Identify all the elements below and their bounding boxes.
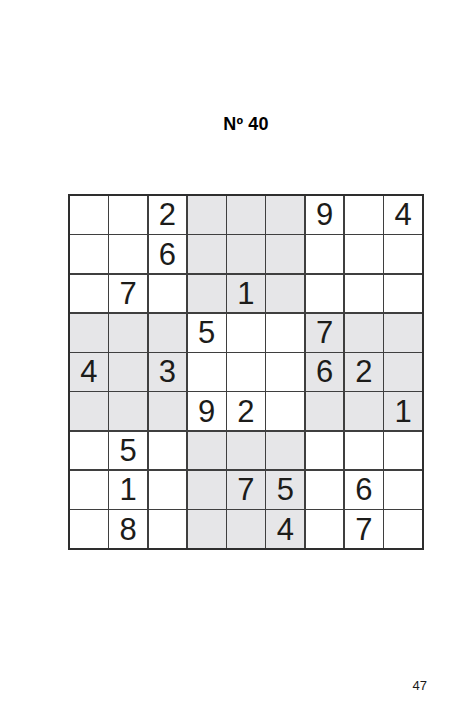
sudoku-cell-r4c2 bbox=[109, 314, 147, 352]
sudoku-cell-r5c2 bbox=[109, 353, 147, 391]
sudoku-cell-r1c7: 9 bbox=[306, 196, 344, 234]
sudoku-cell-r9c1 bbox=[70, 510, 108, 548]
sudoku-cell-r8c9 bbox=[384, 471, 422, 509]
sudoku-cell-r1c8 bbox=[345, 196, 383, 234]
sudoku-cell-r6c2 bbox=[109, 392, 147, 430]
sudoku-board: 29467157436292151756847 bbox=[68, 194, 424, 550]
sudoku-cell-r4c5 bbox=[227, 314, 265, 352]
sudoku-cell-r2c4 bbox=[188, 235, 226, 273]
sudoku-cell-r5c9 bbox=[384, 353, 422, 391]
page-number: 47 bbox=[413, 678, 427, 693]
sudoku-cell-r5c5 bbox=[227, 353, 265, 391]
sudoku-cell-r5c1: 4 bbox=[70, 353, 108, 391]
sudoku-cell-r3c5: 1 bbox=[227, 275, 265, 313]
sudoku-cell-r6c8 bbox=[345, 392, 383, 430]
sudoku-cell-r9c9 bbox=[384, 510, 422, 548]
sudoku-cell-r7c1 bbox=[70, 432, 108, 470]
sudoku-cell-r3c3 bbox=[149, 275, 187, 313]
sudoku-cell-r6c7 bbox=[306, 392, 344, 430]
sudoku-cell-r9c4 bbox=[188, 510, 226, 548]
sudoku-cell-r8c6: 5 bbox=[266, 471, 304, 509]
sudoku-cell-r3c2: 7 bbox=[109, 275, 147, 313]
sudoku-cell-r7c3 bbox=[149, 432, 187, 470]
sudoku-cell-r3c9 bbox=[384, 275, 422, 313]
sudoku-cell-r3c1 bbox=[70, 275, 108, 313]
sudoku-cell-r5c6 bbox=[266, 353, 304, 391]
sudoku-cell-r2c8 bbox=[345, 235, 383, 273]
sudoku-cell-r8c7 bbox=[306, 471, 344, 509]
sudoku-cell-r7c9 bbox=[384, 432, 422, 470]
sudoku-cell-r4c4: 5 bbox=[188, 314, 226, 352]
sudoku-cell-r9c8: 7 bbox=[345, 510, 383, 548]
sudoku-cell-r6c5: 2 bbox=[227, 392, 265, 430]
sudoku-cell-r5c7: 6 bbox=[306, 353, 344, 391]
sudoku-cell-r2c2 bbox=[109, 235, 147, 273]
sudoku-cell-r7c4 bbox=[188, 432, 226, 470]
sudoku-cell-r5c4 bbox=[188, 353, 226, 391]
sudoku-cell-r6c1 bbox=[70, 392, 108, 430]
sudoku-cell-r6c3 bbox=[149, 392, 187, 430]
sudoku-cell-r6c4: 9 bbox=[188, 392, 226, 430]
sudoku-cell-r2c9 bbox=[384, 235, 422, 273]
sudoku-cell-r1c1 bbox=[70, 196, 108, 234]
sudoku-cell-r1c3: 2 bbox=[149, 196, 187, 234]
sudoku-cell-r3c7 bbox=[306, 275, 344, 313]
sudoku-cell-r7c7 bbox=[306, 432, 344, 470]
sudoku-cell-r4c6 bbox=[266, 314, 304, 352]
sudoku-cell-r2c7 bbox=[306, 235, 344, 273]
sudoku-cell-r7c8 bbox=[345, 432, 383, 470]
sudoku-cell-r4c9 bbox=[384, 314, 422, 352]
puzzle-title: Nº 40 bbox=[68, 115, 424, 133]
sudoku-cell-r4c3 bbox=[149, 314, 187, 352]
sudoku-cell-r1c6 bbox=[266, 196, 304, 234]
sudoku-cell-r4c8 bbox=[345, 314, 383, 352]
sudoku-cell-r9c3 bbox=[149, 510, 187, 548]
sudoku-cell-r2c5 bbox=[227, 235, 265, 273]
sudoku-cell-r4c1 bbox=[70, 314, 108, 352]
sudoku-cell-r9c7 bbox=[306, 510, 344, 548]
sudoku-cell-r8c3 bbox=[149, 471, 187, 509]
sudoku-cell-r8c4 bbox=[188, 471, 226, 509]
sudoku-cell-r6c9: 1 bbox=[384, 392, 422, 430]
sudoku-cell-r8c5: 7 bbox=[227, 471, 265, 509]
sudoku-cell-r5c3: 3 bbox=[149, 353, 187, 391]
sudoku-cell-r1c4 bbox=[188, 196, 226, 234]
sudoku-cell-r6c6 bbox=[266, 392, 304, 430]
sudoku-cell-r2c3: 6 bbox=[149, 235, 187, 273]
sudoku-cell-r5c8: 2 bbox=[345, 353, 383, 391]
sudoku-cell-r2c6 bbox=[266, 235, 304, 273]
sudoku-cell-r9c2: 8 bbox=[109, 510, 147, 548]
sudoku-cell-r7c2: 5 bbox=[109, 432, 147, 470]
sudoku-cell-r8c1 bbox=[70, 471, 108, 509]
sudoku-cell-r4c7: 7 bbox=[306, 314, 344, 352]
sudoku-cell-r9c5 bbox=[227, 510, 265, 548]
sudoku-cell-r1c9: 4 bbox=[384, 196, 422, 234]
sudoku-cell-r8c8: 6 bbox=[345, 471, 383, 509]
sudoku-cell-r8c2: 1 bbox=[109, 471, 147, 509]
sudoku-cell-r7c6 bbox=[266, 432, 304, 470]
sudoku-cell-r3c6 bbox=[266, 275, 304, 313]
sudoku-cell-r9c6: 4 bbox=[266, 510, 304, 548]
sudoku-cell-r3c4 bbox=[188, 275, 226, 313]
sudoku-cell-r1c5 bbox=[227, 196, 265, 234]
sudoku-cell-r1c2 bbox=[109, 196, 147, 234]
sudoku-cell-r7c5 bbox=[227, 432, 265, 470]
sudoku-cell-r3c8 bbox=[345, 275, 383, 313]
sudoku-cell-r2c1 bbox=[70, 235, 108, 273]
